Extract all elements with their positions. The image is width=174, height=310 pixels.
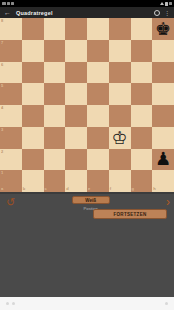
back-arrow-icon[interactable]: ←: [4, 9, 11, 16]
square-b3[interactable]: [22, 127, 44, 149]
square-b1[interactable]: b: [22, 170, 44, 192]
square-e5[interactable]: [87, 83, 109, 105]
square-h5[interactable]: [152, 83, 174, 105]
square-a7[interactable]: 7: [0, 40, 22, 62]
ad-banner: [0, 297, 174, 310]
square-g7[interactable]: [131, 40, 153, 62]
square-h1[interactable]: h: [152, 170, 174, 192]
square-a4[interactable]: 4: [0, 105, 22, 127]
file-label: a: [1, 187, 3, 191]
square-e1[interactable]: e: [87, 170, 109, 192]
square-g6[interactable]: [131, 62, 153, 84]
square-d8[interactable]: [65, 18, 87, 40]
status-right-indicators: [160, 2, 172, 6]
chess-board[interactable]: 8♚76543♔2♟1abcdefgh: [0, 18, 174, 192]
black-pawn[interactable]: ♟: [155, 150, 171, 168]
square-e2[interactable]: [87, 149, 109, 171]
square-c2[interactable]: [44, 149, 66, 171]
square-c5[interactable]: [44, 83, 66, 105]
square-e4[interactable]: [87, 105, 109, 127]
square-f4[interactable]: [109, 105, 131, 127]
square-d1[interactable]: d: [65, 170, 87, 192]
rank-label: 2: [1, 150, 3, 154]
rank-label: 1: [1, 171, 3, 175]
file-label: f: [110, 187, 111, 191]
square-h6[interactable]: [152, 62, 174, 84]
file-label: c: [45, 187, 47, 191]
continue-button[interactable]: FORTSETZEN: [93, 209, 167, 219]
file-label: d: [66, 187, 68, 191]
square-a1[interactable]: 1a: [0, 170, 22, 192]
rank-label: 6: [1, 63, 3, 67]
black-king[interactable]: ♚: [155, 19, 171, 37]
square-f2[interactable]: [109, 149, 131, 171]
square-h2[interactable]: ♟: [152, 149, 174, 171]
square-d3[interactable]: [65, 127, 87, 149]
banner-dot: [12, 302, 15, 305]
visibility-icon[interactable]: [154, 10, 160, 16]
square-g5[interactable]: [131, 83, 153, 105]
square-b4[interactable]: [22, 105, 44, 127]
rank-label: 8: [1, 19, 3, 23]
square-e8[interactable]: [87, 18, 109, 40]
square-g2[interactable]: [131, 149, 153, 171]
square-a2[interactable]: 2: [0, 149, 22, 171]
square-d5[interactable]: [65, 83, 87, 105]
app-screen: ← Quadratregel ⋮ 8♚76543♔2♟1abcdefgh ↺ W…: [0, 0, 174, 310]
square-b5[interactable]: [22, 83, 44, 105]
square-b6[interactable]: [22, 62, 44, 84]
rank-label: 4: [1, 106, 3, 110]
square-f5[interactable]: [109, 83, 131, 105]
wifi-icon: [160, 2, 164, 5]
notification-icon: [7, 2, 10, 5]
square-d2[interactable]: [65, 149, 87, 171]
banner-dot: [6, 302, 9, 305]
file-label: g: [132, 187, 134, 191]
notification-icon: [2, 2, 6, 5]
square-a3[interactable]: 3: [0, 127, 22, 149]
square-b7[interactable]: [22, 40, 44, 62]
status-bar: [0, 0, 174, 7]
notification-icon: [11, 2, 14, 5]
square-g1[interactable]: g: [131, 170, 153, 192]
square-g3[interactable]: [131, 127, 153, 149]
square-c7[interactable]: [44, 40, 66, 62]
square-e3[interactable]: [87, 127, 109, 149]
file-label: b: [23, 187, 25, 191]
square-f3[interactable]: ♔: [109, 127, 131, 149]
square-e6[interactable]: [87, 62, 109, 84]
square-f8[interactable]: [109, 18, 131, 40]
square-c8[interactable]: [44, 18, 66, 40]
undo-icon[interactable]: ↺: [6, 197, 15, 208]
square-h7[interactable]: [152, 40, 174, 62]
file-label: e: [88, 187, 90, 191]
white-king[interactable]: ♔: [112, 128, 128, 146]
square-b2[interactable]: [22, 149, 44, 171]
square-h8[interactable]: ♚: [152, 18, 174, 40]
page-title: Quadratregel: [16, 10, 53, 16]
file-label: h: [153, 187, 155, 191]
turn-button[interactable]: Weiß: [72, 196, 110, 204]
square-c1[interactable]: c: [44, 170, 66, 192]
square-d4[interactable]: [65, 105, 87, 127]
square-a6[interactable]: 6: [0, 62, 22, 84]
square-c6[interactable]: [44, 62, 66, 84]
rank-label: 5: [1, 84, 3, 88]
square-h3[interactable]: [152, 127, 174, 149]
square-a5[interactable]: 5: [0, 83, 22, 105]
square-h4[interactable]: [152, 105, 174, 127]
app-bar: ← Quadratregel ⋮: [0, 7, 174, 18]
rank-label: 7: [1, 41, 3, 45]
square-c4[interactable]: [44, 105, 66, 127]
next-chevron-icon[interactable]: ›: [166, 196, 170, 208]
clock-indicator: [169, 2, 172, 5]
square-d6[interactable]: [65, 62, 87, 84]
control-panel: ↺ Weiß Position › FORTSETZEN: [0, 192, 174, 297]
square-f6[interactable]: [109, 62, 131, 84]
square-a8[interactable]: 8: [0, 18, 22, 40]
square-g4[interactable]: [131, 105, 153, 127]
overflow-menu-icon[interactable]: ⋮: [164, 10, 170, 16]
square-c3[interactable]: [44, 127, 66, 149]
square-b8[interactable]: [22, 18, 44, 40]
square-d7[interactable]: [65, 40, 87, 62]
square-e7[interactable]: [87, 40, 109, 62]
rank-label: 3: [1, 128, 3, 132]
status-left-indicators: [2, 2, 14, 5]
banner-dot: [165, 302, 168, 305]
square-f7[interactable]: [109, 40, 131, 62]
square-f1[interactable]: f: [109, 170, 131, 192]
square-g8[interactable]: [131, 18, 153, 40]
battery-icon: [165, 2, 168, 6]
